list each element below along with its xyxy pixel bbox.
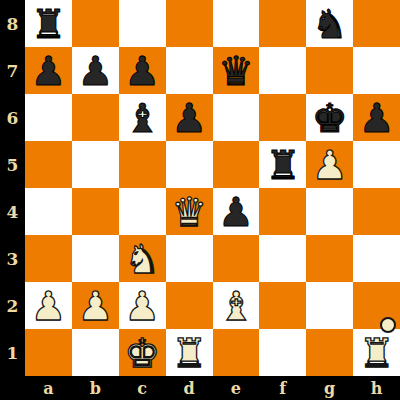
white-king-c1: ♚ — [124, 333, 160, 373]
rank-label-1: 1 — [0, 329, 25, 376]
square-f7[interactable] — [259, 47, 306, 94]
rank-label-3: 3 — [0, 235, 25, 282]
square-b6[interactable] — [72, 94, 119, 141]
square-d3[interactable] — [166, 235, 213, 282]
black-pawn-c7: ♟ — [124, 51, 160, 91]
white-pawn-b2: ♟ — [77, 286, 113, 326]
square-b8[interactable] — [72, 0, 119, 47]
file-label-e: e — [213, 376, 260, 400]
square-h3[interactable] — [353, 235, 400, 282]
square-a2[interactable]: ♟ — [25, 282, 72, 329]
square-e3[interactable] — [213, 235, 260, 282]
file-label-d: d — [166, 376, 213, 400]
square-a3[interactable] — [25, 235, 72, 282]
square-e8[interactable] — [213, 0, 260, 47]
move-indicator-dot — [380, 317, 396, 333]
square-f5[interactable]: ♜ — [259, 141, 306, 188]
square-e5[interactable] — [213, 141, 260, 188]
rank-label-4: 4 — [0, 188, 25, 235]
file-label-g: g — [306, 376, 353, 400]
file-label-f: f — [259, 376, 306, 400]
rank-label-8: 8 — [0, 0, 25, 47]
black-bishop-c6: ♝ — [124, 98, 160, 138]
file-label-a: a — [25, 376, 72, 400]
square-g5[interactable]: ♟ — [306, 141, 353, 188]
black-rook-f5: ♜ — [265, 145, 301, 185]
square-f2[interactable] — [259, 282, 306, 329]
square-c1[interactable]: ♚ — [119, 329, 166, 376]
square-g3[interactable] — [306, 235, 353, 282]
square-c8[interactable] — [119, 0, 166, 47]
square-b4[interactable] — [72, 188, 119, 235]
square-e4[interactable]: ♟ — [213, 188, 260, 235]
square-d1[interactable]: ♜ — [166, 329, 213, 376]
file-label-b: b — [72, 376, 119, 400]
square-c3[interactable]: ♞ — [119, 235, 166, 282]
square-a5[interactable] — [25, 141, 72, 188]
square-a7[interactable]: ♟ — [25, 47, 72, 94]
square-c7[interactable]: ♟ — [119, 47, 166, 94]
white-rook-d1: ♜ — [171, 333, 207, 373]
black-pawn-a7: ♟ — [31, 51, 67, 91]
black-pawn-b7: ♟ — [77, 51, 113, 91]
black-pawn-d6: ♟ — [171, 98, 207, 138]
square-f4[interactable] — [259, 188, 306, 235]
square-h7[interactable] — [353, 47, 400, 94]
square-g2[interactable] — [306, 282, 353, 329]
white-knight-c3: ♞ — [124, 239, 160, 279]
square-d7[interactable] — [166, 47, 213, 94]
square-g7[interactable] — [306, 47, 353, 94]
file-label-c: c — [119, 376, 166, 400]
square-d5[interactable] — [166, 141, 213, 188]
file-label-h: h — [353, 376, 400, 400]
rank-label-7: 7 — [0, 47, 25, 94]
square-b7[interactable]: ♟ — [72, 47, 119, 94]
square-e7[interactable]: ♛ — [213, 47, 260, 94]
square-a6[interactable] — [25, 94, 72, 141]
square-b2[interactable]: ♟ — [72, 282, 119, 329]
black-queen-e7: ♛ — [218, 51, 254, 91]
square-c5[interactable] — [119, 141, 166, 188]
square-b1[interactable] — [72, 329, 119, 376]
black-king-g6: ♚ — [312, 98, 348, 138]
rank-label-6: 6 — [0, 94, 25, 141]
square-c6[interactable]: ♝ — [119, 94, 166, 141]
white-rook-h1: ♜ — [359, 333, 395, 373]
square-g6[interactable]: ♚ — [306, 94, 353, 141]
square-h4[interactable] — [353, 188, 400, 235]
white-pawn-a2: ♟ — [31, 286, 67, 326]
square-h6[interactable]: ♟ — [353, 94, 400, 141]
black-pawn-e4: ♟ — [218, 192, 254, 232]
square-b5[interactable] — [72, 141, 119, 188]
black-pawn-h6: ♟ — [359, 98, 395, 138]
square-e1[interactable] — [213, 329, 260, 376]
square-e6[interactable] — [213, 94, 260, 141]
square-d8[interactable] — [166, 0, 213, 47]
square-f6[interactable] — [259, 94, 306, 141]
square-f8[interactable] — [259, 0, 306, 47]
black-rook-a8: ♜ — [31, 4, 67, 44]
square-g4[interactable] — [306, 188, 353, 235]
white-bishop-e2: ♝ — [218, 286, 254, 326]
square-d2[interactable] — [166, 282, 213, 329]
rank-label-2: 2 — [0, 282, 25, 329]
square-a8[interactable]: ♜ — [25, 0, 72, 47]
chess-board-frame: 87654321 ♜♞♟♟♟♛♝♟♚♟♜♟♛♟♞♟♟♟♝♚♜♜ abcdefgh — [0, 0, 400, 400]
rank-label-5: 5 — [0, 141, 25, 188]
white-queen-d4: ♛ — [171, 192, 207, 232]
white-pawn-c2: ♟ — [124, 286, 160, 326]
square-h8[interactable] — [353, 0, 400, 47]
square-b3[interactable] — [72, 235, 119, 282]
square-e2[interactable]: ♝ — [213, 282, 260, 329]
file-labels: abcdefgh — [25, 376, 400, 400]
black-knight-g8: ♞ — [312, 4, 348, 44]
square-g8[interactable]: ♞ — [306, 0, 353, 47]
square-f3[interactable] — [259, 235, 306, 282]
square-d4[interactable]: ♛ — [166, 188, 213, 235]
square-c2[interactable]: ♟ — [119, 282, 166, 329]
square-f1[interactable] — [259, 329, 306, 376]
square-h1[interactable]: ♜ — [353, 329, 400, 376]
white-pawn-g5: ♟ — [312, 145, 348, 185]
square-d6[interactable]: ♟ — [166, 94, 213, 141]
square-a1[interactable] — [25, 329, 72, 376]
square-h5[interactable] — [353, 141, 400, 188]
square-a4[interactable] — [25, 188, 72, 235]
square-g1[interactable] — [306, 329, 353, 376]
square-c4[interactable] — [119, 188, 166, 235]
board: ♜♞♟♟♟♛♝♟♚♟♜♟♛♟♞♟♟♟♝♚♜♜ — [25, 0, 400, 376]
rank-labels: 87654321 — [0, 0, 25, 376]
